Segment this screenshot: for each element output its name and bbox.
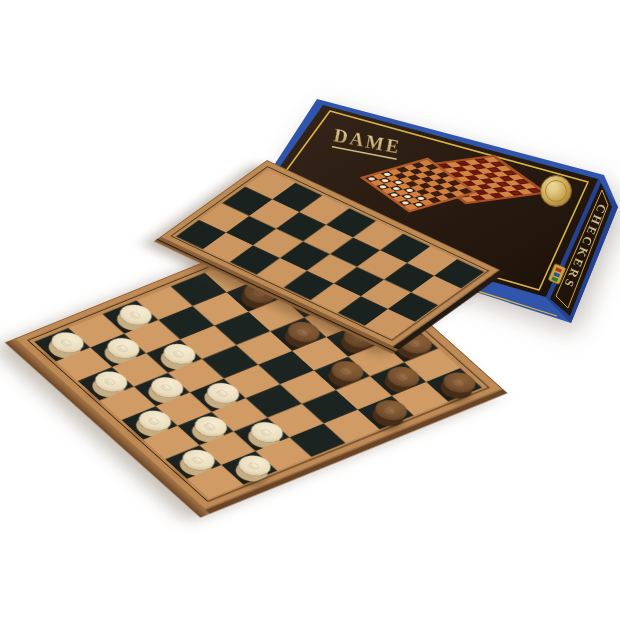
piece-glyph: ⛀ (201, 421, 222, 433)
piece-glyph: ⛂ (449, 377, 470, 389)
piece-glyph: ⛀ (157, 381, 178, 393)
gold-seal-medallion (541, 176, 572, 207)
piece-glyph: ⛀ (244, 460, 265, 472)
piece-glyph: ⛀ (101, 376, 122, 388)
piece-glyph: ⛀ (169, 348, 190, 360)
piece-glyph: ⛀ (57, 337, 78, 349)
piece-glyph: ⛂ (337, 365, 358, 377)
piece-glyph: ⛂ (393, 371, 414, 383)
piece-glyph: ⛀ (188, 454, 209, 466)
piece-glyph: ⛂ (381, 404, 402, 416)
product-photo-stage: DAME CHECKERS ⛂⛂⛂⛂⛂⛂⛂⛂⛂⛂⛂⛂⛀⛀⛀⛀⛀⛀⛀⛀⛀⛀⛀⛀ (0, 0, 620, 620)
piece-glyph: ⛀ (125, 309, 146, 321)
piece-glyph: ⛀ (145, 415, 166, 427)
piece-glyph: ⛂ (293, 326, 314, 338)
piece-glyph: ⛀ (257, 426, 278, 438)
piece-glyph: ⛀ (113, 342, 134, 354)
piece-glyph: ⛀ (213, 387, 234, 399)
